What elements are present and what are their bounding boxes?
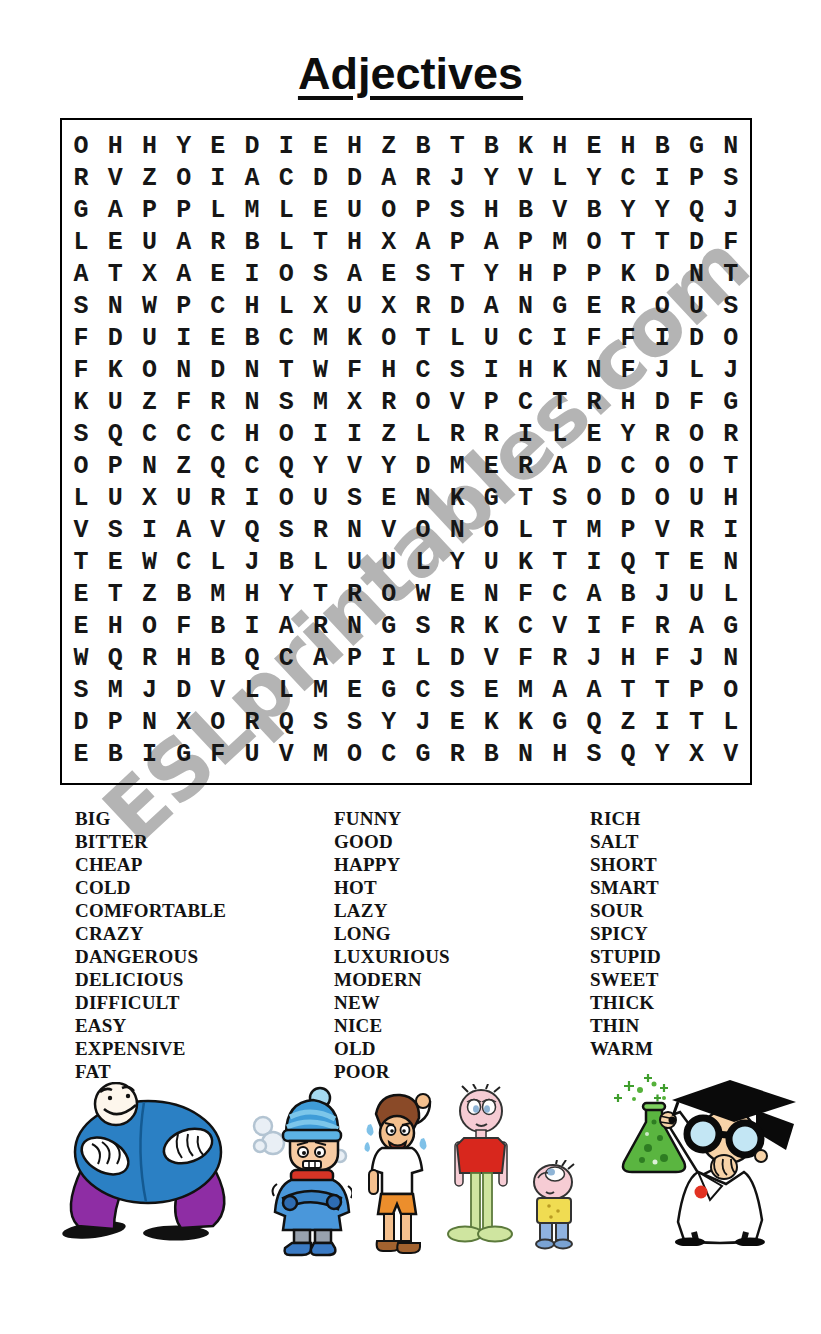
grid-cell: Q xyxy=(235,514,269,546)
grid-cell: V xyxy=(714,738,748,770)
grid-cell: F xyxy=(167,386,201,418)
grid-cell: D xyxy=(338,162,372,194)
grid-cell: T xyxy=(714,258,748,290)
grid-cell: T xyxy=(98,578,132,610)
grid-cell: E xyxy=(64,738,98,770)
grid-cell: D xyxy=(645,386,679,418)
grid-cell: Y xyxy=(474,258,508,290)
grid-cell: Q xyxy=(679,194,713,226)
grid-cell: U xyxy=(338,290,372,322)
grid-cell: I xyxy=(132,514,166,546)
grid-cell: P xyxy=(679,162,713,194)
grid-cell: X xyxy=(338,386,372,418)
grid-cell: J xyxy=(714,194,748,226)
grid-cell: E xyxy=(201,258,235,290)
grid-cell: M xyxy=(303,322,337,354)
grid-cell: E xyxy=(679,546,713,578)
grid-cell: L xyxy=(406,418,440,450)
grid-cell: J xyxy=(645,354,679,386)
word-list-item: BIG xyxy=(75,807,226,830)
grid-cell: S xyxy=(303,258,337,290)
grid-cell: K xyxy=(508,130,542,162)
grid-cell: G xyxy=(543,290,577,322)
grid-cell: N xyxy=(714,642,748,674)
grid-cell: O xyxy=(64,130,98,162)
grid-cell: Q xyxy=(235,642,269,674)
grid-cell: O xyxy=(132,610,166,642)
grid-cell: U xyxy=(338,546,372,578)
grid-cell: N xyxy=(167,354,201,386)
grid-cell: P xyxy=(167,194,201,226)
grid-cell: I xyxy=(645,322,679,354)
grid-cell: F xyxy=(611,354,645,386)
grid-cell: L xyxy=(269,290,303,322)
grid-cell: G xyxy=(372,674,406,706)
grid-cell: I xyxy=(645,706,679,738)
fat-man-icon xyxy=(50,1082,240,1242)
grid-cell: S xyxy=(64,290,98,322)
grid-cell: H xyxy=(543,130,577,162)
word-list-item: SOUR xyxy=(590,899,661,922)
grid-cell: O xyxy=(269,258,303,290)
grid-cell: L xyxy=(714,578,748,610)
grid-cell: T xyxy=(508,482,542,514)
grid-cell: L xyxy=(543,418,577,450)
grid-cell: Z xyxy=(132,162,166,194)
word-list-item: RICH xyxy=(590,807,661,830)
grid-cell: K xyxy=(508,546,542,578)
grid-cell: O xyxy=(577,226,611,258)
grid-cell: M xyxy=(303,386,337,418)
grid-cell: N xyxy=(406,482,440,514)
grid-cell: F xyxy=(167,610,201,642)
word-list-item: STUPID xyxy=(590,945,661,968)
grid-cell: V xyxy=(543,610,577,642)
grid-cell: W xyxy=(303,354,337,386)
grid-cell: G xyxy=(679,130,713,162)
grid-cell: R xyxy=(201,226,235,258)
grid-cell: C xyxy=(406,354,440,386)
grid-cell: A xyxy=(406,226,440,258)
grid-cell: G xyxy=(167,738,201,770)
grid-cell: C xyxy=(201,290,235,322)
grid-cell: U xyxy=(98,482,132,514)
grid-cell: F xyxy=(508,642,542,674)
grid-cell: T xyxy=(303,578,337,610)
grid-cell: O xyxy=(577,482,611,514)
word-list-item: WARM xyxy=(590,1037,661,1060)
grid-cell: O xyxy=(269,482,303,514)
grid-cell: B xyxy=(269,546,303,578)
grid-cell: S xyxy=(440,194,474,226)
grid-cell: B xyxy=(406,130,440,162)
grid-cell: Y xyxy=(611,194,645,226)
grid-cell: A xyxy=(167,258,201,290)
grid-cell: O xyxy=(338,738,372,770)
grid-cell: L xyxy=(543,162,577,194)
grid-cell: E xyxy=(303,130,337,162)
grid-cell: U xyxy=(372,546,406,578)
grid-cell: Q xyxy=(98,418,132,450)
grid-cell: A xyxy=(64,258,98,290)
grid-cell: G xyxy=(714,610,748,642)
grid-cell: O xyxy=(132,354,166,386)
grid-cell: I xyxy=(235,258,269,290)
grid-cell: N xyxy=(132,706,166,738)
grid-cell: J xyxy=(577,642,611,674)
grid-cell: D xyxy=(201,354,235,386)
grid-cell: S xyxy=(303,706,337,738)
grid-cell: T xyxy=(543,386,577,418)
grid-cell: N xyxy=(474,578,508,610)
grid-cell: S xyxy=(406,610,440,642)
grid-cell: N xyxy=(440,514,474,546)
grid-cell: Q xyxy=(201,450,235,482)
grid-cell: S xyxy=(714,290,748,322)
grid-cell: E xyxy=(98,226,132,258)
grid-cell: V xyxy=(474,642,508,674)
grid-cell: N xyxy=(679,258,713,290)
grid-cell: B xyxy=(98,738,132,770)
grid-cell: P xyxy=(338,642,372,674)
grid-cell: Y xyxy=(645,194,679,226)
grid-cell: S xyxy=(577,738,611,770)
grid-cell: E xyxy=(64,578,98,610)
grid-cell: A xyxy=(577,674,611,706)
grid-cell: R xyxy=(645,418,679,450)
grid-cell: J xyxy=(440,162,474,194)
grid-cell: C xyxy=(508,322,542,354)
grid-cell: D xyxy=(679,226,713,258)
grid-cell: A xyxy=(167,514,201,546)
grid-cell: X xyxy=(167,706,201,738)
grid-cell: P xyxy=(406,194,440,226)
grid-cell: G xyxy=(406,738,440,770)
grid-cell: C xyxy=(372,738,406,770)
grid-cell: D xyxy=(679,322,713,354)
grid-cell: I xyxy=(338,418,372,450)
grid-cell: X xyxy=(303,290,337,322)
grid-cell: J xyxy=(679,642,713,674)
grid-cell: A xyxy=(679,610,713,642)
grid-cell: B xyxy=(611,578,645,610)
grid-cell: T xyxy=(645,674,679,706)
grid-cell: J xyxy=(645,578,679,610)
grid-cell: R xyxy=(201,386,235,418)
grid-cell: Q xyxy=(98,642,132,674)
grid-cell: R xyxy=(303,514,337,546)
grid-cell: G xyxy=(714,386,748,418)
grid-cell: H xyxy=(235,418,269,450)
grid-cell: B xyxy=(167,578,201,610)
word-list-column-2: FUNNYGOODHAPPYHOTLAZYLONGLUXURIOUSMODERN… xyxy=(334,807,450,1083)
cold-shivering-boy-icon xyxy=(250,1086,352,1258)
grid-cell: F xyxy=(64,354,98,386)
grid-cell: C xyxy=(132,418,166,450)
grid-cell: P xyxy=(679,674,713,706)
page-title: Adjectives xyxy=(0,48,821,100)
word-list-item: HAPPY xyxy=(334,853,450,876)
grid-cell: C xyxy=(611,450,645,482)
grid-cell: O xyxy=(167,162,201,194)
grid-cell: H xyxy=(98,610,132,642)
grid-cell: B xyxy=(645,130,679,162)
grid-cell: V xyxy=(338,450,372,482)
grid-cell: D xyxy=(167,674,201,706)
grid-cell: I xyxy=(577,546,611,578)
grid-cell: I xyxy=(303,418,337,450)
grid-cell: R xyxy=(406,290,440,322)
grid-cell: C xyxy=(269,322,303,354)
grid-cell: H xyxy=(474,194,508,226)
grid-cell: F xyxy=(64,322,98,354)
grid-cell: L xyxy=(679,354,713,386)
grid-cell: E xyxy=(440,706,474,738)
grid-cell: V xyxy=(269,738,303,770)
grid-cell: Y xyxy=(577,162,611,194)
grid-cell: A xyxy=(269,610,303,642)
word-list-item: OLD xyxy=(334,1037,450,1060)
grid-cell: M xyxy=(508,674,542,706)
grid-cell: I xyxy=(714,514,748,546)
grid-cell: U xyxy=(474,322,508,354)
grid-cell: F xyxy=(201,738,235,770)
grid-cell: I xyxy=(132,738,166,770)
grid-cell: I xyxy=(508,418,542,450)
grid-cell: K xyxy=(338,322,372,354)
grid-cell: M xyxy=(543,226,577,258)
grid-cell: Y xyxy=(611,418,645,450)
grid-cell: P xyxy=(98,450,132,482)
grid-cell: I xyxy=(235,610,269,642)
word-list-item: CRAZY xyxy=(75,922,226,945)
grid-cell: Z xyxy=(372,418,406,450)
grid-cell: I xyxy=(235,482,269,514)
word-list-item: SHORT xyxy=(590,853,661,876)
grid-cell: M xyxy=(98,674,132,706)
grid-cell: T xyxy=(440,130,474,162)
grid-cell: Y xyxy=(167,130,201,162)
grid-cell: P xyxy=(132,194,166,226)
grid-cell: N xyxy=(132,450,166,482)
grid-cell: L xyxy=(303,546,337,578)
grid-cell: W xyxy=(64,642,98,674)
grid-cell: T xyxy=(269,354,303,386)
grid-cell: Q xyxy=(269,706,303,738)
grid-cell: T xyxy=(64,546,98,578)
grid-cell: O xyxy=(372,322,406,354)
grid-cell: D xyxy=(577,450,611,482)
grid-cell: O xyxy=(372,578,406,610)
grid-cell: O xyxy=(645,450,679,482)
grid-cell: V xyxy=(64,514,98,546)
grid-cell: L xyxy=(269,674,303,706)
grid-cell: T xyxy=(679,706,713,738)
grid-cell: T xyxy=(98,258,132,290)
grid-cell: K xyxy=(440,482,474,514)
grid-cell: A xyxy=(235,162,269,194)
grid-cell: V xyxy=(543,194,577,226)
grid-cell: Y xyxy=(474,162,508,194)
word-list-item: SALT xyxy=(590,830,661,853)
grid-cell: I xyxy=(372,642,406,674)
grid-cell: D xyxy=(645,258,679,290)
grid-cell: M xyxy=(440,450,474,482)
grid-cell: Z xyxy=(132,386,166,418)
grid-cell: V xyxy=(645,514,679,546)
grid-cell: E xyxy=(98,546,132,578)
scientist-with-flask-icon xyxy=(598,1074,798,1246)
grid-cell: H xyxy=(338,130,372,162)
grid-cell: V xyxy=(98,162,132,194)
grid-cell: S xyxy=(64,418,98,450)
grid-cell: E xyxy=(577,130,611,162)
grid-cell: X xyxy=(132,482,166,514)
grid-cell: B xyxy=(577,194,611,226)
grid-cell: L xyxy=(64,482,98,514)
grid-cell: O xyxy=(372,194,406,226)
grid-cell: U xyxy=(235,738,269,770)
grid-cell: Q xyxy=(611,546,645,578)
word-list-item: COMFORTABLE xyxy=(75,899,226,922)
grid-cell: N xyxy=(98,290,132,322)
word-search-grid: OHHYEDIEHZBTBKHEHBGNRVZOIACDDARJYVLYCIPS… xyxy=(60,118,752,785)
grid-cell: S xyxy=(338,706,372,738)
grid-cell: H xyxy=(235,290,269,322)
grid-cell: M xyxy=(303,674,337,706)
grid-cell: O xyxy=(645,290,679,322)
grid-cell: C xyxy=(269,642,303,674)
grid-cell: T xyxy=(611,674,645,706)
grid-cell: R xyxy=(577,386,611,418)
grid-cell: Y xyxy=(303,450,337,482)
grid-cell: N xyxy=(338,610,372,642)
grid-cell: T xyxy=(714,450,748,482)
grid-cell: O xyxy=(406,386,440,418)
grid-cell: R xyxy=(303,610,337,642)
grid-cell: Q xyxy=(611,738,645,770)
grid-cell: E xyxy=(372,482,406,514)
word-list-item: NICE xyxy=(334,1014,450,1037)
grid-cell: V xyxy=(201,674,235,706)
grid-cell: C xyxy=(167,418,201,450)
grid-cell: R xyxy=(440,610,474,642)
grid-cell: P xyxy=(167,290,201,322)
grid-cell: L xyxy=(406,546,440,578)
grid-cell: T xyxy=(440,258,474,290)
grid-cell: F xyxy=(508,578,542,610)
grid-cell: L xyxy=(64,226,98,258)
grid-cell: R xyxy=(64,162,98,194)
grid-cell: B xyxy=(235,226,269,258)
grid-cell: O xyxy=(406,514,440,546)
grid-cell: K xyxy=(64,386,98,418)
grid-cell: F xyxy=(645,642,679,674)
grid-cell: H xyxy=(98,130,132,162)
grid-cell: C xyxy=(508,610,542,642)
grid-cell: I xyxy=(269,130,303,162)
grid-cell: E xyxy=(577,290,611,322)
grid-cell: P xyxy=(577,258,611,290)
grid-cell: T xyxy=(543,514,577,546)
grid-cell: A xyxy=(543,450,577,482)
word-list-item: SPICY xyxy=(590,922,661,945)
grid-cell: Y xyxy=(645,738,679,770)
grid-cell: K xyxy=(543,354,577,386)
grid-cell: E xyxy=(372,258,406,290)
grid-cell: C xyxy=(543,578,577,610)
grid-cell: R xyxy=(543,642,577,674)
grid-cell: B xyxy=(474,130,508,162)
grid-cell: R xyxy=(372,386,406,418)
grid-cell: T xyxy=(645,226,679,258)
grid-cell: A xyxy=(167,226,201,258)
grid-cell: A xyxy=(98,194,132,226)
grid-cell: N xyxy=(235,354,269,386)
word-list-item: FUNNY xyxy=(334,807,450,830)
grid-cell: U xyxy=(98,386,132,418)
grid-cell: T xyxy=(303,226,337,258)
grid-cell: H xyxy=(543,738,577,770)
grid-cell: O xyxy=(679,418,713,450)
grid-cell: U xyxy=(474,546,508,578)
grid-cell: L xyxy=(201,546,235,578)
word-list-column-1: BIGBITTERCHEAPCOLDCOMFORTABLECRAZYDANGER… xyxy=(75,807,226,1083)
grid-cell: D xyxy=(64,706,98,738)
grid-cell: K xyxy=(98,354,132,386)
grid-cell: O xyxy=(645,482,679,514)
grid-cell: X xyxy=(679,738,713,770)
word-list-item: LONG xyxy=(334,922,450,945)
grid-cell: C xyxy=(167,546,201,578)
grid-cell: U xyxy=(132,226,166,258)
grid-cell: C xyxy=(406,674,440,706)
grid-cell: O xyxy=(474,514,508,546)
grid-cell: G xyxy=(543,706,577,738)
grid-cell: B xyxy=(508,194,542,226)
grid-cell: L xyxy=(508,514,542,546)
grid-cell: U xyxy=(679,578,713,610)
grid-cell: H xyxy=(714,482,748,514)
grid-cell: F xyxy=(679,386,713,418)
grid-cell: T xyxy=(543,546,577,578)
grid-cell: B xyxy=(474,738,508,770)
grid-cell: L xyxy=(201,194,235,226)
grid-cell: Y xyxy=(269,578,303,610)
grid-cell: C xyxy=(201,418,235,450)
grid-cell: S xyxy=(406,258,440,290)
grid-cell: D xyxy=(406,450,440,482)
grid-cell: S xyxy=(338,482,372,514)
grid-cell: I xyxy=(201,162,235,194)
grid-cell: A xyxy=(474,226,508,258)
word-list-item: COLD xyxy=(75,876,226,899)
grid-cell: H xyxy=(167,642,201,674)
grid-cell: I xyxy=(474,354,508,386)
word-list-item: SMART xyxy=(590,876,661,899)
grid-cell: C xyxy=(508,386,542,418)
grid-cell: L xyxy=(269,226,303,258)
word-list-item: BITTER xyxy=(75,830,226,853)
grid-cell: R xyxy=(132,642,166,674)
grid-cell: P xyxy=(474,386,508,418)
grid-cell: C xyxy=(611,162,645,194)
grid-cell: L xyxy=(235,674,269,706)
word-list-item: DANGEROUS xyxy=(75,945,226,968)
grid-cell: K xyxy=(474,610,508,642)
grid-cell: K xyxy=(611,258,645,290)
word-list-item: NEW xyxy=(334,991,450,1014)
